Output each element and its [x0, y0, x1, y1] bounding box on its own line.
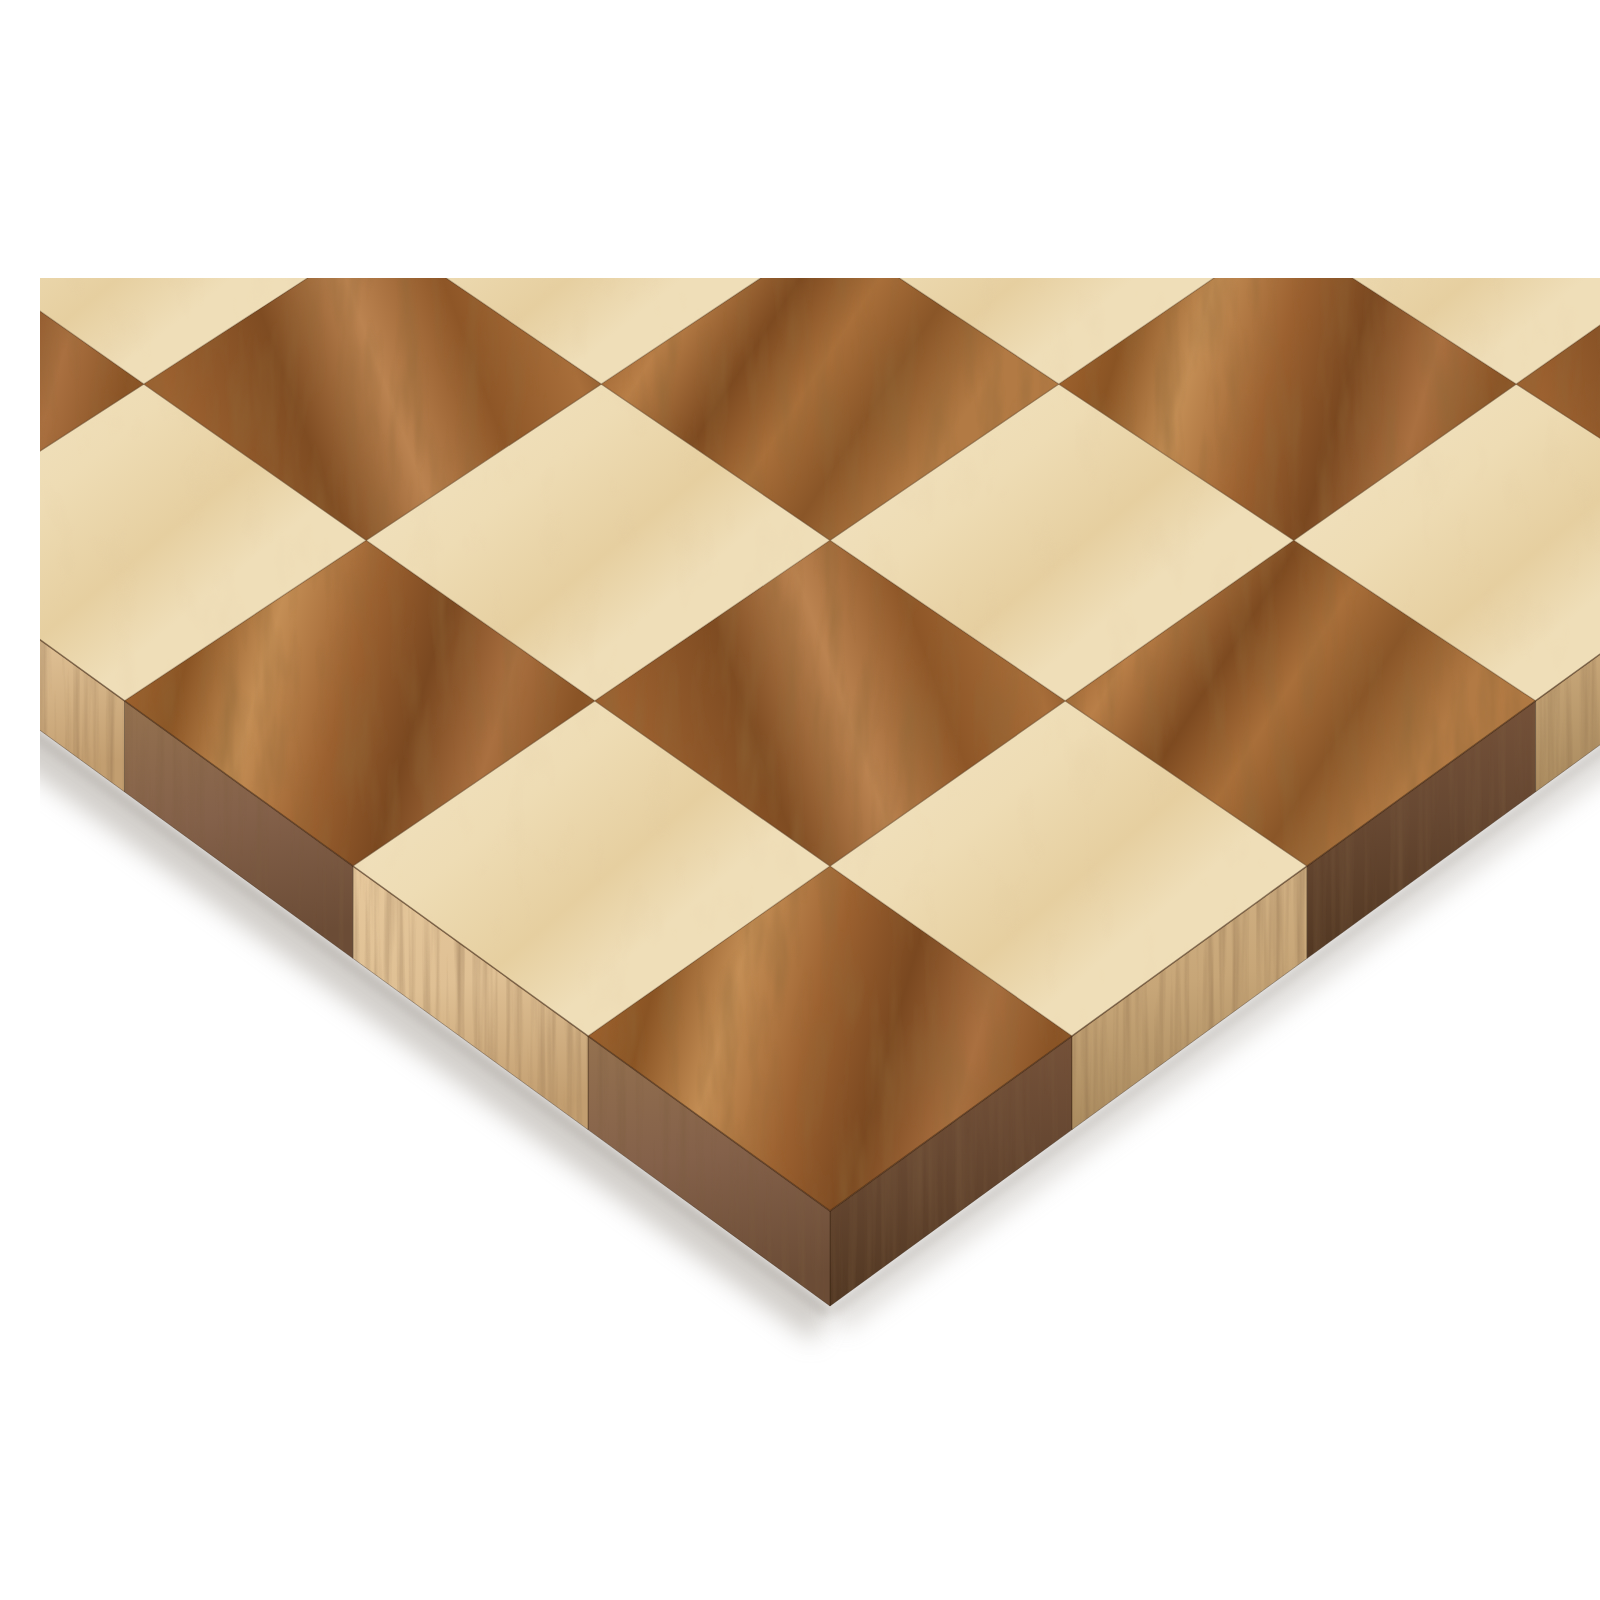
chessboard-product-photo: Empty chessboard, corner view, no pieces…: [40, 16, 1600, 1600]
chessboard-3d-render: [40, 16, 1600, 1600]
photo-top-crop-band: [40, 16, 1600, 278]
